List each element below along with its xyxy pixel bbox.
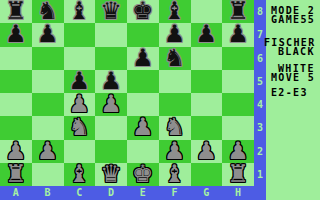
square-g1[interactable] bbox=[191, 163, 223, 186]
piece-white-knight: ♞ bbox=[64, 116, 96, 139]
square-h4[interactable] bbox=[222, 93, 254, 116]
rank-label-5: 5 bbox=[254, 70, 266, 93]
square-b1[interactable] bbox=[32, 163, 64, 186]
file-label-f: F bbox=[159, 186, 191, 200]
square-d1[interactable]: ♛ bbox=[95, 163, 127, 186]
square-a7[interactable]: ♟ bbox=[0, 23, 32, 46]
square-f1[interactable]: ♝ bbox=[159, 163, 191, 186]
square-g6[interactable] bbox=[191, 47, 223, 70]
file-label-g: G bbox=[191, 186, 223, 200]
square-e8[interactable]: ♚ bbox=[127, 0, 159, 23]
last-move-display: E2-E3 bbox=[271, 87, 308, 98]
rank-label-6: 6 bbox=[254, 47, 266, 70]
piece-black-pawn: ♟ bbox=[0, 23, 32, 46]
square-g5[interactable] bbox=[191, 70, 223, 93]
square-b4[interactable] bbox=[32, 93, 64, 116]
piece-black-knight: ♞ bbox=[159, 47, 191, 70]
square-h7[interactable]: ♟ bbox=[222, 23, 254, 46]
square-e3[interactable]: ♟ bbox=[127, 116, 159, 139]
square-g2[interactable]: ♟ bbox=[191, 140, 223, 163]
square-e7[interactable] bbox=[127, 23, 159, 46]
square-c7[interactable] bbox=[64, 23, 96, 46]
square-d3[interactable] bbox=[95, 116, 127, 139]
square-g4[interactable] bbox=[191, 93, 223, 116]
piece-black-pawn: ♟ bbox=[191, 23, 223, 46]
square-d7[interactable] bbox=[95, 23, 127, 46]
square-a6[interactable] bbox=[0, 47, 32, 70]
piece-white-pawn: ♟ bbox=[32, 140, 64, 163]
square-b3[interactable] bbox=[32, 116, 64, 139]
square-h5[interactable] bbox=[222, 70, 254, 93]
piece-white-queen: ♛ bbox=[95, 163, 127, 186]
piece-white-bishop: ♝ bbox=[64, 163, 96, 186]
opponent-side-label: BLACK bbox=[278, 46, 315, 57]
file-label-e: E bbox=[127, 186, 159, 200]
chess-screen: ♜♞♝♛♚♝♜♟♟♟♟♟♟♞♟♟♟♟♞♟♞♟♟♟♟♟♜♝♛♚♝♜ 8765432… bbox=[0, 0, 320, 200]
square-c8[interactable]: ♝ bbox=[64, 0, 96, 23]
square-h1[interactable]: ♜ bbox=[222, 163, 254, 186]
square-b2[interactable]: ♟ bbox=[32, 140, 64, 163]
piece-white-rook: ♜ bbox=[0, 163, 32, 186]
game-number-indicator: GAME55 bbox=[271, 14, 315, 25]
square-b5[interactable] bbox=[32, 70, 64, 93]
file-label-h: H bbox=[222, 186, 254, 200]
file-label-b: B bbox=[32, 186, 64, 200]
square-c1[interactable]: ♝ bbox=[64, 163, 96, 186]
square-a3[interactable] bbox=[0, 116, 32, 139]
square-a1[interactable]: ♜ bbox=[0, 163, 32, 186]
rank-label-3: 3 bbox=[254, 116, 266, 139]
square-b6[interactable] bbox=[32, 47, 64, 70]
piece-white-pawn: ♟ bbox=[191, 140, 223, 163]
square-h3[interactable] bbox=[222, 116, 254, 139]
square-f7[interactable]: ♟ bbox=[159, 23, 191, 46]
rank-label-1: 1 bbox=[254, 163, 266, 186]
rank-coordinates-strip: 87654321 bbox=[254, 0, 266, 200]
rank-label-4: 4 bbox=[254, 93, 266, 116]
move-counter: MOVE 5 bbox=[271, 72, 315, 83]
piece-white-bishop: ♝ bbox=[159, 163, 191, 186]
square-f3[interactable]: ♞ bbox=[159, 116, 191, 139]
piece-white-pawn: ♟ bbox=[127, 116, 159, 139]
status-panel: MODE 2 GAME55 FISCHER BLACK WHITE MOVE 5… bbox=[266, 0, 320, 200]
square-e5[interactable] bbox=[127, 70, 159, 93]
piece-black-pawn: ♟ bbox=[32, 23, 64, 46]
square-b7[interactable]: ♟ bbox=[32, 23, 64, 46]
square-g7[interactable]: ♟ bbox=[191, 23, 223, 46]
square-a4[interactable] bbox=[0, 93, 32, 116]
square-f6[interactable]: ♞ bbox=[159, 47, 191, 70]
square-c3[interactable]: ♞ bbox=[64, 116, 96, 139]
file-coordinates-strip: ABCDEFGH bbox=[0, 186, 254, 200]
piece-white-knight: ♞ bbox=[159, 116, 191, 139]
file-label-c: C bbox=[64, 186, 96, 200]
piece-black-king: ♚ bbox=[127, 0, 159, 23]
file-label-d: D bbox=[95, 186, 127, 200]
piece-black-pawn: ♟ bbox=[159, 23, 191, 46]
square-e6[interactable]: ♟ bbox=[127, 47, 159, 70]
square-d8[interactable]: ♛ bbox=[95, 0, 127, 23]
chess-board: ♜♞♝♛♚♝♜♟♟♟♟♟♟♞♟♟♟♟♞♟♞♟♟♟♟♟♜♝♛♚♝♜ bbox=[0, 0, 254, 186]
square-a5[interactable] bbox=[0, 70, 32, 93]
piece-white-king: ♚ bbox=[127, 163, 159, 186]
piece-black-queen: ♛ bbox=[95, 0, 127, 23]
square-h6[interactable] bbox=[222, 47, 254, 70]
square-f5[interactable] bbox=[159, 70, 191, 93]
square-d4[interactable]: ♟ bbox=[95, 93, 127, 116]
square-g3[interactable] bbox=[191, 116, 223, 139]
piece-black-pawn: ♟ bbox=[222, 23, 254, 46]
rank-label-2: 2 bbox=[254, 140, 266, 163]
piece-black-bishop: ♝ bbox=[64, 0, 96, 23]
rank-label-8: 8 bbox=[254, 0, 266, 23]
piece-white-rook: ♜ bbox=[222, 163, 254, 186]
square-e1[interactable]: ♚ bbox=[127, 163, 159, 186]
piece-white-pawn: ♟ bbox=[95, 93, 127, 116]
piece-black-pawn: ♟ bbox=[127, 47, 159, 70]
file-label-a: A bbox=[0, 186, 32, 200]
